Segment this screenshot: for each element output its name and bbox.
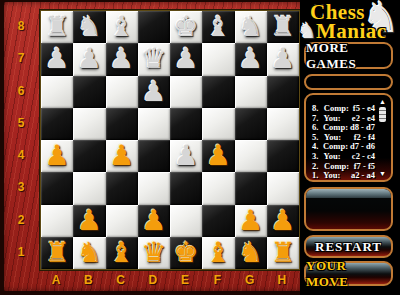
square-e6[interactable]: [170, 76, 202, 108]
your-move-button[interactable]: YOUR MOVE: [304, 261, 393, 286]
message-panel-header: [306, 189, 391, 198]
restart-button[interactable]: RESTART: [304, 235, 393, 258]
piece-gold-rook[interactable]: ♜: [270, 239, 295, 267]
scroll-down-icon[interactable]: ▼: [378, 170, 387, 177]
piece-gold-pawn[interactable]: ♟: [77, 207, 102, 235]
square-c6[interactable]: [106, 76, 138, 108]
square-d5[interactable]: [138, 108, 170, 140]
square-h5[interactable]: [267, 108, 299, 140]
file-label-f: F: [214, 273, 221, 287]
square-e2[interactable]: [170, 205, 202, 237]
piece-silver-pawn[interactable]: ♟: [109, 45, 134, 73]
square-a8[interactable]: ♜: [41, 11, 73, 43]
square-d3[interactable]: [138, 172, 170, 204]
square-c5[interactable]: [106, 108, 138, 140]
file-label-a: A: [52, 273, 61, 287]
move-list: 8.Comp:f5 - e47.You:e2 - e46.Comp:d8 - d…: [312, 104, 375, 181]
square-a2[interactable]: [41, 205, 73, 237]
square-h3[interactable]: [267, 172, 299, 204]
square-f3[interactable]: [202, 172, 234, 204]
file-labels: ABCDEFGH: [40, 270, 298, 290]
square-h6[interactable]: [267, 76, 299, 108]
square-c2[interactable]: [106, 205, 138, 237]
status-bar: [304, 74, 393, 90]
square-f1[interactable]: ♝: [202, 237, 234, 269]
square-e1[interactable]: ♚: [170, 237, 202, 269]
piece-gold-pawn[interactable]: ♟: [238, 207, 263, 235]
square-g2[interactable]: ♟: [235, 205, 267, 237]
piece-gold-rook[interactable]: ♜: [45, 239, 70, 267]
square-h4[interactable]: [267, 140, 299, 172]
square-b1[interactable]: ♞: [73, 237, 105, 269]
square-a1[interactable]: ♜: [41, 237, 73, 269]
piece-silver-bishop[interactable]: ♝: [109, 13, 134, 41]
piece-gold-bishop[interactable]: ♝: [206, 239, 231, 267]
square-f8[interactable]: ♝: [202, 11, 234, 43]
square-e4[interactable]: ♟: [170, 140, 202, 172]
square-g3[interactable]: [235, 172, 267, 204]
square-c4[interactable]: ♟: [106, 140, 138, 172]
rank-label-2: 2: [18, 213, 25, 227]
piece-silver-queen[interactable]: ♛: [141, 45, 166, 73]
move-num: 1.: [312, 171, 323, 181]
square-b4[interactable]: [73, 140, 105, 172]
square-g4[interactable]: [235, 140, 267, 172]
piece-silver-bishop[interactable]: ♝: [206, 13, 231, 41]
rank-label-4: 4: [18, 148, 25, 162]
square-e8[interactable]: ♚: [170, 11, 202, 43]
sidebar: ♞ Chess ♞ Maniac MORE GAMES 8.Comp:f5 - …: [300, 0, 400, 295]
piece-silver-pawn[interactable]: ♟: [174, 142, 199, 170]
square-g1[interactable]: ♞: [235, 237, 267, 269]
rank-label-1: 1: [18, 245, 25, 259]
rank-label-6: 6: [18, 84, 25, 98]
square-a7[interactable]: ♟: [41, 43, 73, 75]
square-b5[interactable]: [73, 108, 105, 140]
move-history-panel: 8.Comp:f5 - e47.You:e2 - e46.Comp:d8 - d…: [304, 93, 393, 182]
file-label-d: D: [149, 273, 158, 287]
board-grid: ♜♞♝♚♝♞♜♟♟♟♛♟♟♟♟♟♟♟♟♟♟♟♟♜♞♝♛♚♝♞♜: [41, 11, 299, 269]
square-d8[interactable]: [138, 11, 170, 43]
square-g5[interactable]: [235, 108, 267, 140]
piece-gold-queen[interactable]: ♛: [141, 239, 166, 267]
message-panel: [304, 187, 393, 231]
piece-silver-knight[interactable]: ♞: [77, 13, 102, 41]
more-games-button[interactable]: MORE GAMES: [304, 42, 393, 69]
square-g6[interactable]: [235, 76, 267, 108]
scroll-thumb[interactable]: [379, 107, 386, 122]
square-b3[interactable]: [73, 172, 105, 204]
square-a4[interactable]: ♟: [41, 140, 73, 172]
piece-silver-pawn[interactable]: ♟: [45, 45, 70, 73]
move-list-row: 1.You:a2 - a4: [312, 171, 375, 181]
square-h2[interactable]: ♟: [267, 205, 299, 237]
square-c3[interactable]: [106, 172, 138, 204]
file-label-c: C: [116, 273, 125, 287]
square-e7[interactable]: ♟: [170, 43, 202, 75]
piece-silver-rook[interactable]: ♜: [45, 13, 70, 41]
square-d7[interactable]: ♛: [138, 43, 170, 75]
scroll-up-icon[interactable]: ▲: [378, 98, 387, 105]
rank-label-3: 3: [18, 180, 25, 194]
move-player: You:: [323, 171, 351, 181]
piece-gold-king[interactable]: ♚: [174, 239, 199, 267]
square-a5[interactable]: [41, 108, 73, 140]
board-grid-wrap: ♜♞♝♚♝♞♜♟♟♟♛♟♟♟♟♟♟♟♟♟♟♟♟♜♞♝♛♚♝♞♜: [40, 10, 300, 270]
file-label-g: G: [245, 273, 254, 287]
rank-label-8: 8: [18, 19, 25, 33]
file-label-b: B: [84, 273, 93, 287]
move-list-scrollbar[interactable]: ▲ ▼: [378, 98, 387, 177]
square-h8[interactable]: ♜: [267, 11, 299, 43]
piece-gold-pawn[interactable]: ♟: [141, 207, 166, 235]
rank-label-7: 7: [18, 51, 25, 65]
square-a6[interactable]: [41, 76, 73, 108]
square-f5[interactable]: [202, 108, 234, 140]
square-d2[interactable]: ♟: [138, 205, 170, 237]
square-c8[interactable]: ♝: [106, 11, 138, 43]
square-f2[interactable]: [202, 205, 234, 237]
square-c1[interactable]: ♝: [106, 237, 138, 269]
piece-silver-pawn[interactable]: ♟: [238, 45, 263, 73]
square-d4[interactable]: [138, 140, 170, 172]
square-g8[interactable]: ♞: [235, 11, 267, 43]
square-f4[interactable]: ♟: [202, 140, 234, 172]
piece-gold-pawn[interactable]: ♟: [270, 207, 295, 235]
square-d1[interactable]: ♛: [138, 237, 170, 269]
file-label-h: H: [278, 273, 287, 287]
piece-gold-pawn[interactable]: ♟: [206, 142, 231, 170]
piece-silver-pawn[interactable]: ♟: [174, 45, 199, 73]
board-frame-outer: 87654321 ♜♞♝♚♝♞♜♟♟♟♛♟♟♟♟♟♟♟♟♟♟♟♟♜♞♝♛♚♝♞♜…: [0, 0, 305, 295]
piece-gold-pawn[interactable]: ♟: [109, 142, 134, 170]
square-h1[interactable]: ♜: [267, 237, 299, 269]
piece-gold-knight[interactable]: ♞: [238, 239, 263, 267]
square-e3[interactable]: [170, 172, 202, 204]
square-h7[interactable]: ♟: [267, 43, 299, 75]
square-g7[interactable]: ♟: [235, 43, 267, 75]
piece-silver-pawn[interactable]: ♟: [270, 45, 295, 73]
piece-silver-king[interactable]: ♚: [174, 13, 199, 41]
piece-silver-knight[interactable]: ♞: [238, 13, 263, 41]
square-d6[interactable]: ♟: [138, 76, 170, 108]
logo: ♞ Chess ♞ Maniac: [300, 0, 400, 42]
square-c7[interactable]: ♟: [106, 43, 138, 75]
chess-maniac-app: 87654321 ♜♞♝♚♝♞♜♟♟♟♛♟♟♟♟♟♟♟♟♟♟♟♟♜♞♝♛♚♝♞♜…: [0, 0, 400, 295]
square-a3[interactable]: [41, 172, 73, 204]
square-b8[interactable]: ♞: [73, 11, 105, 43]
piece-silver-pawn[interactable]: ♟: [141, 78, 166, 106]
square-b7[interactable]: ♟: [73, 43, 105, 75]
rank-label-5: 5: [18, 116, 25, 130]
rank-labels: 87654321: [8, 10, 34, 268]
square-b6[interactable]: [73, 76, 105, 108]
piece-gold-knight[interactable]: ♞: [77, 239, 102, 267]
piece-silver-pawn[interactable]: ♟: [77, 45, 102, 73]
square-f7[interactable]: [202, 43, 234, 75]
square-f6[interactable]: [202, 76, 234, 108]
piece-gold-pawn[interactable]: ♟: [45, 142, 70, 170]
move-move: a2 - a4: [351, 171, 375, 181]
piece-silver-rook[interactable]: ♜: [270, 13, 295, 41]
file-label-e: E: [181, 273, 189, 287]
piece-gold-bishop[interactable]: ♝: [109, 239, 134, 267]
square-b2[interactable]: ♟: [73, 205, 105, 237]
square-e5[interactable]: [170, 108, 202, 140]
